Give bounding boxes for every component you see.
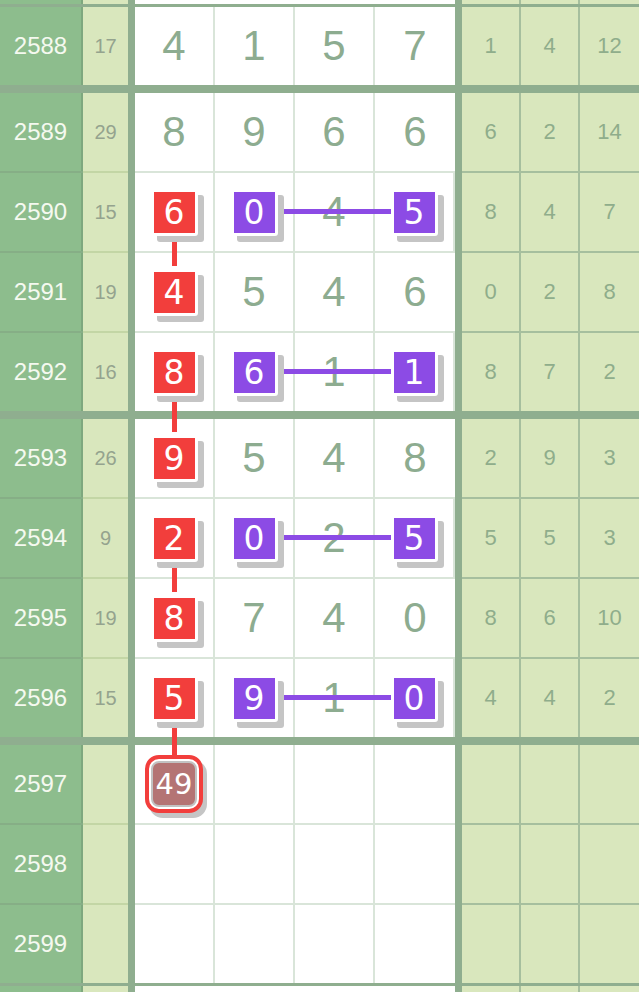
vertical-bar [128,0,135,4]
red-square: 8 [151,595,198,642]
digit-row: 4546 [135,253,455,331]
digit-cell [375,905,455,983]
purple-square: 0 [231,515,278,562]
plain-digit: 6 [322,111,345,153]
table-row: 2596155910442 [0,659,639,737]
purple-square: 9 [231,675,278,722]
vertical-bar [128,173,135,251]
digit-cell: 1 [215,7,295,85]
stat-cell: 3 [580,499,639,577]
stat-cell: 2 [462,419,521,497]
plain-digit: 6 [403,271,426,313]
stats-row: 028 [462,253,639,331]
vertical-bar [128,986,135,992]
pick-box: 49 [145,755,203,813]
stats-row: 6214 [462,93,639,171]
period-cell: 2597 [0,745,83,823]
plain-digit: 0 [403,597,426,639]
stat-cell: 5 [521,499,580,577]
digit-row: 9548 [135,419,455,497]
stats-row [462,986,639,992]
digit-cell: 5 [295,7,375,85]
plain-digit: 6 [403,111,426,153]
vertical-bar [455,905,462,983]
stat-cell [521,745,580,823]
lottery-trend-table[interactable]: 2588174157141225892989666214259015604584… [0,0,639,992]
stats-row [462,745,639,823]
period-cell: 2595 [0,579,83,657]
stats-row [462,825,639,903]
table-row: 2590156045847 [0,173,639,251]
digit-cell [215,745,295,823]
red-square: 8 [151,349,198,396]
red-connector-line [172,559,177,592]
digit-cell: 5 [215,419,295,497]
stat-cell [521,0,580,4]
red-square: 5 [151,675,198,722]
stat-cell [580,986,639,992]
vertical-bar [455,825,462,903]
stat-cell: 7 [521,333,580,411]
digit-row [135,905,455,983]
sum-cell: 17 [83,7,128,85]
digit-row: 8740 [135,579,455,657]
sum-cell [83,0,128,4]
digit-cell: 5 [215,253,295,331]
plain-digit: 5 [242,271,265,313]
digit-cell [295,905,375,983]
stats-row: 1412 [462,7,639,85]
vertical-bar [455,499,462,577]
stats-row: 442 [462,659,639,737]
stat-cell [462,986,521,992]
stat-cell: 10 [580,579,639,657]
purple-square: 5 [391,189,438,236]
stat-cell: 4 [521,173,580,251]
stat-cell: 8 [462,333,521,411]
plain-digit: 7 [242,597,265,639]
sum-cell [83,825,128,903]
plain-digit: 4 [322,271,345,313]
stat-cell: 8 [462,173,521,251]
plain-digit: 4 [322,437,345,479]
stat-cell: 2 [521,253,580,331]
digit-cell: 4 [295,579,375,657]
stat-cell [462,825,521,903]
vertical-bar [455,419,462,497]
table-row: 2599 [0,905,639,983]
vertical-bar [455,93,462,171]
vertical-bar [128,825,135,903]
stats-row [462,905,639,983]
digit-cell: 8 [375,419,455,497]
red-connector-line [172,719,177,758]
group-divider [0,85,639,93]
digit-cell: 0 [375,579,455,657]
digit-row [135,0,455,4]
vertical-bar [455,333,462,411]
pick-value: 49 [151,761,197,807]
sum-cell: 26 [83,419,128,497]
vertical-bar [455,173,462,251]
vertical-bar [128,745,135,823]
purple-square: 5 [391,515,438,562]
purple-square: 0 [231,189,278,236]
stat-cell: 6 [521,579,580,657]
vertical-bar [128,419,135,497]
stats-row: 553 [462,499,639,577]
period-cell: 2590 [0,173,83,251]
vertical-bar [128,499,135,577]
sum-cell: 19 [83,579,128,657]
digit-cell [215,825,295,903]
table-row: 2592168611872 [0,333,639,411]
stat-cell [462,905,521,983]
stat-cell: 12 [580,7,639,85]
digit-row: 4157 [135,7,455,85]
stat-cell: 6 [462,93,521,171]
group-divider [0,411,639,419]
vertical-bar [455,579,462,657]
stats-row: 847 [462,173,639,251]
purple-square: 1 [391,349,438,396]
plain-digit: 5 [242,437,265,479]
purple-square: 0 [391,675,438,722]
stat-cell [580,905,639,983]
stat-cell: 2 [580,333,639,411]
stat-cell: 2 [521,93,580,171]
sum-cell: 15 [83,173,128,251]
period-cell: 2588 [0,7,83,85]
digit-row: 5910 [135,659,455,737]
period-cell: 2593 [0,419,83,497]
stat-cell: 8 [580,253,639,331]
digit-cell: 7 [375,7,455,85]
sum-cell: 15 [83,659,128,737]
digit-cell: 8 [135,93,215,171]
period-cell: 2598 [0,825,83,903]
vertical-bar [455,0,462,4]
digit-row: 2025 [135,499,455,577]
vertical-bar [455,253,462,331]
digit-row [135,825,455,903]
digit-cell: 9 [215,93,295,171]
digit-row: 8611 [135,333,455,411]
stat-cell: 14 [580,93,639,171]
digit-cell [135,825,215,903]
stat-cell [521,825,580,903]
digit-cell: 4 [295,253,375,331]
table-row: 25951987408610 [0,579,639,657]
red-connector-line [172,393,177,432]
vertical-bar [128,253,135,331]
stat-cell [521,986,580,992]
stat-cell [521,905,580,983]
red-square: 9 [151,435,198,482]
stats-row [462,0,639,4]
plain-digit: 8 [162,111,185,153]
stat-cell [580,745,639,823]
period-cell: 2592 [0,333,83,411]
stat-cell: 8 [462,579,521,657]
digit-cell [295,745,375,823]
digit-row: 8966 [135,93,455,171]
stat-cell: 5 [462,499,521,577]
stats-row: 872 [462,333,639,411]
stat-cell: 3 [580,419,639,497]
stat-cell [462,745,521,823]
table-row: 2593269548293 [0,419,639,497]
digit-cell: 6 [295,93,375,171]
sum-cell: 9 [83,499,128,577]
vertical-bar [455,745,462,823]
vertical-bar [128,659,135,737]
period-cell: 2589 [0,93,83,171]
plain-digit: 8 [403,437,426,479]
plain-digit: 9 [242,111,265,153]
stat-cell [462,0,521,4]
period-cell: 2591 [0,253,83,331]
plain-digit: 5 [322,25,345,67]
vertical-bar [128,93,135,171]
sum-cell [83,986,128,992]
purple-square: 6 [231,349,278,396]
sum-cell: 29 [83,93,128,171]
table-row: 2598 [0,825,639,903]
digit-cell [295,825,375,903]
sum-cell: 16 [83,333,128,411]
sum-cell [83,905,128,983]
digit-cell: 4 [295,419,375,497]
table-row: 25892989666214 [0,93,639,171]
red-square: 4 [151,269,198,316]
red-square: 6 [151,189,198,236]
stat-cell: 9 [521,419,580,497]
plain-digit: 1 [242,25,265,67]
digit-cell: 6 [375,93,455,171]
digit-cell: 6 [375,253,455,331]
table-row [0,0,639,4]
stats-row: 293 [462,419,639,497]
stats-row: 8610 [462,579,639,657]
stat-cell: 2 [580,659,639,737]
stat-cell: 7 [580,173,639,251]
stat-cell: 1 [462,7,521,85]
period-cell [0,0,83,4]
plain-digit: 4 [322,597,345,639]
period-cell: 2594 [0,499,83,577]
digit-row [135,986,455,992]
vertical-bar [455,7,462,85]
period-cell [0,986,83,992]
digit-row: 49 [135,745,455,823]
vertical-bar [455,659,462,737]
vertical-bar [128,7,135,85]
table-row [0,986,639,992]
red-square: 2 [151,515,198,562]
plain-digit: 7 [403,25,426,67]
stat-cell [580,825,639,903]
period-cell: 2599 [0,905,83,983]
table-row: 259749 [0,745,639,823]
digit-row: 6045 [135,173,455,251]
digit-cell [215,905,295,983]
digit-cell [375,825,455,903]
digit-cell: 7 [215,579,295,657]
vertical-bar [455,986,462,992]
stat-cell: 4 [462,659,521,737]
vertical-bar [128,905,135,983]
digit-cell [135,905,215,983]
table-row: 25881741571412 [0,7,639,85]
table-row: 2591194546028 [0,253,639,331]
digit-cell [375,745,455,823]
stat-cell: 4 [521,7,580,85]
vertical-bar [128,333,135,411]
period-cell: 2596 [0,659,83,737]
stat-cell: 0 [462,253,521,331]
stat-cell: 4 [521,659,580,737]
sum-cell [83,745,128,823]
vertical-bar [128,579,135,657]
stat-cell [580,0,639,4]
sum-cell: 19 [83,253,128,331]
plain-digit: 4 [162,25,185,67]
group-divider [0,737,639,745]
digit-cell: 4 [135,7,215,85]
table-row: 259492025553 [0,499,639,577]
red-connector-line [172,233,177,266]
